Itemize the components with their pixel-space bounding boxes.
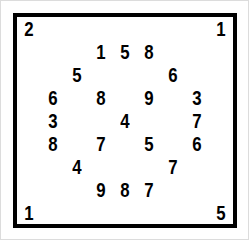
- sudoku-cell-r2c9[interactable]: [209, 40, 233, 65]
- given-digit: 5: [216, 202, 225, 223]
- sudoku-cell-r5c8: 7: [185, 109, 211, 134]
- sudoku-cell-r2c8[interactable]: [185, 40, 211, 65]
- sudoku-cell-r2c2[interactable]: [41, 40, 67, 65]
- sudoku-cell-r5c5: 4: [113, 109, 139, 134]
- sudoku-cell-r8c7[interactable]: [161, 178, 187, 203]
- given-digit: 5: [144, 133, 153, 154]
- given-digit: 8: [120, 179, 129, 200]
- sudoku-cell-r4c8: 3: [185, 86, 211, 111]
- sudoku-cell-r7c5[interactable]: [113, 155, 139, 180]
- given-digit: 3: [48, 110, 57, 131]
- given-digit: 1: [24, 202, 33, 223]
- given-digit: 8: [96, 87, 105, 108]
- sudoku-cell-r2c5: 5: [113, 40, 139, 65]
- sudoku-cell-r7c8[interactable]: [185, 155, 211, 180]
- sudoku-cell-r1c8[interactable]: [185, 17, 211, 42]
- given-digit: 1: [216, 18, 225, 39]
- sudoku-cell-r1c9: 1: [209, 17, 233, 42]
- given-digit: 6: [168, 64, 177, 85]
- given-digit: 6: [48, 87, 57, 108]
- given-digit: 9: [96, 179, 105, 200]
- sudoku-cell-r4c1[interactable]: [17, 86, 43, 111]
- sudoku-cell-r1c7[interactable]: [161, 17, 187, 42]
- sudoku-cell-r9c7[interactable]: [161, 201, 187, 224]
- sudoku-cell-r9c5[interactable]: [113, 201, 139, 224]
- given-digit: 7: [168, 156, 177, 177]
- sudoku-cell-r5c1[interactable]: [17, 109, 43, 134]
- sudoku-cell-r9c1: 1: [17, 201, 43, 224]
- sudoku-cell-r5c2: 3: [41, 109, 67, 134]
- sudoku-cell-r2c1[interactable]: [17, 40, 43, 65]
- sudoku-cell-r9c8[interactable]: [185, 201, 211, 224]
- sudoku-cell-r9c4[interactable]: [89, 201, 115, 224]
- given-digit: 5: [120, 41, 129, 62]
- sudoku-cell-r8c9[interactable]: [209, 178, 233, 203]
- given-digit: 7: [96, 133, 105, 154]
- sudoku-cell-r4c9[interactable]: [209, 86, 233, 111]
- sudoku-page: 2115856689334787564798715: [0, 0, 249, 240]
- sudoku-cell-r1c1: 2: [17, 17, 43, 42]
- sudoku-cell-r4c7[interactable]: [161, 86, 187, 111]
- sudoku-cell-r8c2[interactable]: [41, 178, 67, 203]
- sudoku-cell-r8c5: 8: [113, 178, 139, 203]
- sudoku-cell-r1c5[interactable]: [113, 17, 139, 42]
- sudoku-cell-r1c2[interactable]: [41, 17, 67, 42]
- given-digit: 8: [48, 133, 57, 154]
- given-digit: 8: [144, 41, 153, 62]
- sudoku-cell-r2c7[interactable]: [161, 40, 187, 65]
- sudoku-cell-r5c9[interactable]: [209, 109, 233, 134]
- given-digit: 4: [120, 110, 129, 131]
- given-digit: 3: [192, 87, 201, 108]
- sudoku-cell-r1c4[interactable]: [89, 17, 115, 42]
- given-digit: 7: [192, 110, 201, 131]
- sudoku-cell-r9c2[interactable]: [41, 201, 67, 224]
- sudoku-cell-r8c1[interactable]: [17, 178, 43, 203]
- sudoku-cell-r4c4: 8: [89, 86, 115, 111]
- sudoku-cell-r7c7: 7: [161, 155, 187, 180]
- sudoku-cell-r5c4[interactable]: [89, 109, 115, 134]
- given-digit: 9: [144, 87, 153, 108]
- sudoku-cell-r8c4: 9: [89, 178, 115, 203]
- sudoku-cell-r7c1[interactable]: [17, 155, 43, 180]
- sudoku-cell-r9c9: 5: [209, 201, 233, 224]
- sudoku-cell-r2c4: 1: [89, 40, 115, 65]
- sudoku-cell-r5c7[interactable]: [161, 109, 187, 134]
- given-digit: 1: [96, 41, 105, 62]
- sudoku-cell-r7c4[interactable]: [89, 155, 115, 180]
- given-digit: 2: [24, 18, 33, 39]
- sudoku-cell-r7c2[interactable]: [41, 155, 67, 180]
- given-digit: 5: [72, 64, 81, 85]
- sudoku-board: 2115856689334787564798715: [13, 13, 237, 228]
- given-digit: 4: [72, 156, 81, 177]
- sudoku-cell-r4c5[interactable]: [113, 86, 139, 111]
- sudoku-cell-r7c9[interactable]: [209, 155, 233, 180]
- sudoku-cell-r4c2: 6: [41, 86, 67, 111]
- given-digit: 7: [144, 179, 153, 200]
- given-digit: 6: [192, 133, 201, 154]
- sudoku-cell-r8c8[interactable]: [185, 178, 211, 203]
